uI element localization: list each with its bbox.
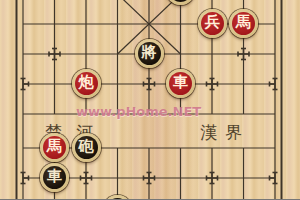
- piece-red-chariot-disc: 車: [169, 72, 192, 95]
- piece-black-chariot-disc: 車: [43, 166, 66, 189]
- piece-black-general-disc: 將: [138, 42, 161, 65]
- piece-red-chariot[interactable]: 車: [166, 69, 195, 98]
- piece-red-soldier-glyph: 兵: [205, 15, 220, 30]
- piece-red-cannon-glyph: 炮: [79, 75, 94, 90]
- piece-black-general-glyph: 將: [142, 45, 157, 60]
- watermark: www.pHome.NET: [76, 105, 201, 119]
- piece-unknown-disc: [106, 198, 129, 200]
- piece-black-chariot[interactable]: 車: [40, 163, 69, 192]
- piece-red-horse-disc: 馬: [232, 12, 255, 35]
- piece-red-horse[interactable]: 馬: [40, 133, 69, 162]
- piece-red-chariot-glyph: 車: [173, 75, 188, 90]
- piece-black-cannon[interactable]: 砲: [72, 133, 101, 162]
- piece-red-cannon-disc: 炮: [75, 72, 98, 95]
- piece-red-cannon[interactable]: 炮: [72, 69, 101, 98]
- piece-red-soldier[interactable]: 兵: [198, 9, 227, 38]
- xiangqi-board[interactable]: 楚河 漢界 www.pHome.NET 士兵馬將炮車馬砲車: [0, 0, 300, 199]
- piece-red-horse-glyph: 馬: [47, 139, 62, 154]
- piece-red-horse[interactable]: 馬: [229, 9, 258, 38]
- piece-black-cannon-glyph: 砲: [79, 139, 94, 154]
- piece-red-horse-disc: 馬: [43, 136, 66, 159]
- piece-red-soldier-disc: 兵: [201, 12, 224, 35]
- piece-red-horse-glyph: 馬: [236, 15, 251, 30]
- piece-black-chariot-glyph: 車: [47, 169, 62, 184]
- piece-black-cannon-disc: 砲: [75, 136, 98, 159]
- river-label-han: 漢界: [200, 124, 250, 141]
- piece-black-advisor-disc: 士: [169, 0, 192, 2]
- piece-black-general[interactable]: 將: [135, 39, 164, 68]
